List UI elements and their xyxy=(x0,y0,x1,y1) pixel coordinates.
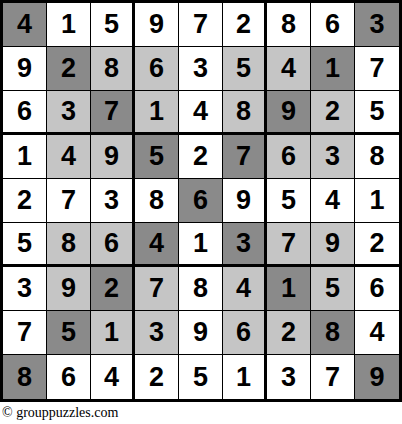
cell-r6c3: 6 xyxy=(91,223,135,267)
cell-r4c2: 4 xyxy=(47,135,91,179)
cell-r9c6: 1 xyxy=(223,355,267,399)
cell-r7c8: 5 xyxy=(311,267,355,311)
cell-r9c3: 4 xyxy=(91,355,135,399)
cell-r1c6: 2 xyxy=(223,3,267,47)
cell-r6c4: 4 xyxy=(135,223,179,267)
cell-r2c3: 8 xyxy=(91,47,135,91)
cell-r1c2: 1 xyxy=(47,3,91,47)
cell-r8c2: 5 xyxy=(47,311,91,355)
cell-r6c1: 5 xyxy=(3,223,47,267)
sudoku-board: 4159728639286354176371489251495276382738… xyxy=(0,0,402,402)
cell-r2c1: 9 xyxy=(3,47,47,91)
cell-r9c7: 3 xyxy=(267,355,311,399)
cell-r8c6: 6 xyxy=(223,311,267,355)
cell-r7c6: 4 xyxy=(223,267,267,311)
cell-r3c5: 4 xyxy=(179,91,223,135)
cell-r6c7: 7 xyxy=(267,223,311,267)
cell-r2c7: 4 xyxy=(267,47,311,91)
cell-r9c9: 9 xyxy=(355,355,399,399)
cell-r3c8: 2 xyxy=(311,91,355,135)
cell-r9c8: 7 xyxy=(311,355,355,399)
cell-r7c2: 9 xyxy=(47,267,91,311)
cell-r1c3: 5 xyxy=(91,3,135,47)
cell-r6c5: 1 xyxy=(179,223,223,267)
cell-r5c1: 2 xyxy=(3,179,47,223)
cell-r9c2: 6 xyxy=(47,355,91,399)
cell-r7c4: 7 xyxy=(135,267,179,311)
cell-r6c9: 2 xyxy=(355,223,399,267)
cell-r3c7: 9 xyxy=(267,91,311,135)
cell-r1c1: 4 xyxy=(3,3,47,47)
cell-r5c3: 3 xyxy=(91,179,135,223)
cell-r6c6: 3 xyxy=(223,223,267,267)
cell-r5c4: 8 xyxy=(135,179,179,223)
cell-r1c9: 3 xyxy=(355,3,399,47)
cell-r5c2: 7 xyxy=(47,179,91,223)
cell-r3c1: 6 xyxy=(3,91,47,135)
cell-r7c3: 2 xyxy=(91,267,135,311)
cell-r4c7: 6 xyxy=(267,135,311,179)
cell-r8c3: 1 xyxy=(91,311,135,355)
cell-r4c9: 8 xyxy=(355,135,399,179)
cell-r5c6: 9 xyxy=(223,179,267,223)
cell-r4c6: 7 xyxy=(223,135,267,179)
cell-r8c5: 9 xyxy=(179,311,223,355)
cell-r7c9: 6 xyxy=(355,267,399,311)
cell-r8c4: 3 xyxy=(135,311,179,355)
cell-r2c6: 5 xyxy=(223,47,267,91)
cell-r9c1: 8 xyxy=(3,355,47,399)
cell-r1c5: 7 xyxy=(179,3,223,47)
cell-r8c9: 4 xyxy=(355,311,399,355)
cell-r5c7: 5 xyxy=(267,179,311,223)
cell-r2c8: 1 xyxy=(311,47,355,91)
cell-r3c4: 1 xyxy=(135,91,179,135)
cell-r5c5: 6 xyxy=(179,179,223,223)
cell-r1c7: 8 xyxy=(267,3,311,47)
cell-r8c8: 8 xyxy=(311,311,355,355)
cell-r6c2: 8 xyxy=(47,223,91,267)
cell-r7c7: 1 xyxy=(267,267,311,311)
cell-r4c5: 2 xyxy=(179,135,223,179)
cell-r7c1: 3 xyxy=(3,267,47,311)
cell-r3c6: 8 xyxy=(223,91,267,135)
cell-r2c4: 6 xyxy=(135,47,179,91)
cell-r5c9: 1 xyxy=(355,179,399,223)
cell-r7c5: 8 xyxy=(179,267,223,311)
cell-r4c4: 5 xyxy=(135,135,179,179)
cell-r4c3: 9 xyxy=(91,135,135,179)
cell-r6c8: 9 xyxy=(311,223,355,267)
cell-r2c9: 7 xyxy=(355,47,399,91)
cell-r4c1: 1 xyxy=(3,135,47,179)
cell-r4c8: 3 xyxy=(311,135,355,179)
cell-r3c9: 5 xyxy=(355,91,399,135)
cell-r9c4: 2 xyxy=(135,355,179,399)
cell-r2c5: 3 xyxy=(179,47,223,91)
cell-r9c5: 5 xyxy=(179,355,223,399)
cell-r1c8: 6 xyxy=(311,3,355,47)
cell-r8c1: 7 xyxy=(3,311,47,355)
copyright-text: © grouppuzzles.com xyxy=(0,402,402,424)
cell-r1c4: 9 xyxy=(135,3,179,47)
cell-r3c3: 7 xyxy=(91,91,135,135)
cell-r3c2: 3 xyxy=(47,91,91,135)
cell-r5c8: 4 xyxy=(311,179,355,223)
cell-r2c2: 2 xyxy=(47,47,91,91)
cell-r8c7: 2 xyxy=(267,311,311,355)
